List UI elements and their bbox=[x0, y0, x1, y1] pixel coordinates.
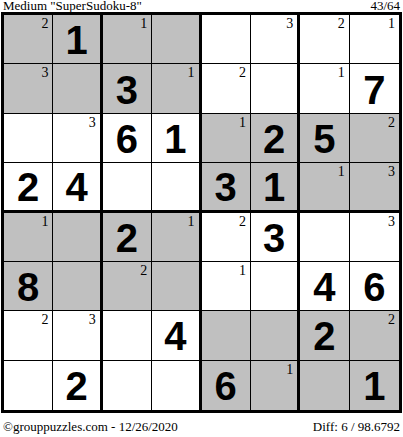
cell-r2c2[interactable] bbox=[53, 64, 102, 113]
cell-r8c5[interactable]: 6 bbox=[202, 361, 251, 410]
pencil-mark: 1 bbox=[239, 263, 246, 278]
cell-r8c6[interactable]: 1 bbox=[251, 361, 300, 410]
pencil-mark: 3 bbox=[286, 16, 293, 31]
cell-r7c7[interactable]: 2 bbox=[300, 311, 349, 360]
cell-r7c5[interactable] bbox=[202, 311, 251, 360]
given-digit: 8 bbox=[17, 267, 39, 307]
cell-r3c1[interactable] bbox=[4, 114, 53, 163]
cell-r5c3[interactable]: 2 bbox=[103, 213, 152, 262]
cell-r1c7[interactable]: 2 bbox=[300, 15, 349, 64]
given-digit: 1 bbox=[164, 119, 186, 159]
given-digit: 3 bbox=[116, 70, 138, 110]
given-digit: 1 bbox=[65, 20, 87, 60]
cell-r5c1[interactable]: 1 bbox=[4, 213, 53, 262]
sudoku-grid: 2113213312173611252243113121233821462342… bbox=[1, 12, 402, 413]
cell-r2c6[interactable] bbox=[251, 64, 300, 113]
cell-r7c1[interactable]: 2 bbox=[4, 311, 53, 360]
cell-r7c4[interactable]: 4 bbox=[152, 311, 201, 360]
pencil-mark: 1 bbox=[338, 65, 345, 80]
pencil-mark: 3 bbox=[388, 214, 395, 229]
cell-r3c7[interactable]: 5 bbox=[300, 114, 349, 163]
cell-r2c8[interactable]: 7 bbox=[350, 64, 399, 113]
cell-r6c3[interactable]: 2 bbox=[103, 262, 152, 311]
given-digit: 3 bbox=[215, 167, 237, 207]
given-digit: 2 bbox=[313, 316, 335, 356]
given-digit: 2 bbox=[65, 366, 87, 406]
cell-r1c4[interactable] bbox=[152, 15, 201, 64]
copyright-text: ©grouppuzzles.com - 12/26/2020 bbox=[3, 419, 178, 434]
cell-r4c7[interactable]: 1 bbox=[300, 163, 349, 212]
pencil-mark: 2 bbox=[41, 16, 48, 31]
given-digit: 2 bbox=[263, 119, 285, 159]
cell-r5c8[interactable]: 3 bbox=[350, 213, 399, 262]
pencil-mark: 2 bbox=[140, 263, 147, 278]
pencil-mark: 2 bbox=[338, 16, 345, 31]
cell-r3c4[interactable]: 1 bbox=[152, 114, 201, 163]
given-digit: 2 bbox=[116, 218, 138, 258]
pencil-mark: 1 bbox=[286, 362, 293, 377]
cell-r6c2[interactable] bbox=[53, 262, 102, 311]
cell-r2c7[interactable]: 1 bbox=[300, 64, 349, 113]
cell-r8c1[interactable] bbox=[4, 361, 53, 410]
cell-r6c4[interactable] bbox=[152, 262, 201, 311]
given-digit: 5 bbox=[313, 119, 335, 159]
cell-r8c4[interactable] bbox=[152, 361, 201, 410]
pencil-mark: 2 bbox=[388, 115, 395, 130]
cell-r4c1[interactable]: 2 bbox=[4, 163, 53, 212]
puzzle-title: Medium "SuperSudoku-8" bbox=[3, 0, 142, 12]
cell-r7c3[interactable] bbox=[103, 311, 152, 360]
given-digit: 6 bbox=[215, 366, 237, 406]
cell-r1c5[interactable] bbox=[202, 15, 251, 64]
cell-r4c5[interactable]: 3 bbox=[202, 163, 251, 212]
pencil-mark: 3 bbox=[41, 65, 48, 80]
cell-r1c6[interactable]: 3 bbox=[251, 15, 300, 64]
given-digit: 1 bbox=[263, 167, 285, 207]
given-digit: 4 bbox=[65, 167, 87, 207]
cell-r1c8[interactable]: 1 bbox=[350, 15, 399, 64]
header: Medium "SuperSudoku-8" 43/64 bbox=[3, 0, 400, 12]
pencil-mark: 1 bbox=[41, 214, 48, 229]
cell-r6c5[interactable]: 1 bbox=[202, 262, 251, 311]
cell-r6c1[interactable]: 8 bbox=[4, 262, 53, 311]
cell-r7c2[interactable]: 3 bbox=[53, 311, 102, 360]
cell-r5c5[interactable]: 2 bbox=[202, 213, 251, 262]
pencil-mark: 1 bbox=[388, 16, 395, 31]
cell-r8c3[interactable] bbox=[103, 361, 152, 410]
cell-r8c8[interactable]: 1 bbox=[350, 361, 399, 410]
cell-r6c7[interactable]: 4 bbox=[300, 262, 349, 311]
pencil-mark: 2 bbox=[239, 65, 246, 80]
cell-r6c6[interactable] bbox=[251, 262, 300, 311]
given-digit: 2 bbox=[17, 167, 39, 207]
cell-r2c5[interactable]: 2 bbox=[202, 64, 251, 113]
cell-r1c1[interactable]: 2 bbox=[4, 15, 53, 64]
pencil-mark: 2 bbox=[388, 312, 395, 327]
cell-r4c2[interactable]: 4 bbox=[53, 163, 102, 212]
cell-r8c2[interactable]: 2 bbox=[53, 361, 102, 410]
cell-r6c8[interactable]: 6 bbox=[350, 262, 399, 311]
cell-r5c6[interactable]: 3 bbox=[251, 213, 300, 262]
cell-r4c6[interactable]: 1 bbox=[251, 163, 300, 212]
given-digit: 6 bbox=[363, 267, 385, 307]
cell-r3c2[interactable]: 3 bbox=[53, 114, 102, 163]
cell-r7c8[interactable]: 2 bbox=[350, 311, 399, 360]
pencil-mark: 1 bbox=[140, 16, 147, 31]
cell-r1c3[interactable]: 1 bbox=[103, 15, 152, 64]
given-digit: 4 bbox=[164, 316, 186, 356]
cell-r2c4[interactable]: 1 bbox=[152, 64, 201, 113]
cell-r3c5[interactable]: 1 bbox=[202, 114, 251, 163]
cell-r2c3[interactable]: 3 bbox=[103, 64, 152, 113]
pencil-mark: 3 bbox=[89, 115, 96, 130]
cell-r4c8[interactable]: 3 bbox=[350, 163, 399, 212]
pencil-mark: 3 bbox=[388, 164, 395, 179]
given-digit: 3 bbox=[263, 218, 285, 258]
cell-r7c6[interactable] bbox=[251, 311, 300, 360]
cell-r5c7[interactable] bbox=[300, 213, 349, 262]
pencil-mark: 3 bbox=[89, 312, 96, 327]
cell-r2c1[interactable]: 3 bbox=[4, 64, 53, 113]
cell-r5c2[interactable] bbox=[53, 213, 102, 262]
cell-r3c6[interactable]: 2 bbox=[251, 114, 300, 163]
given-digit: 1 bbox=[363, 366, 385, 406]
cell-r3c3[interactable]: 6 bbox=[103, 114, 152, 163]
cell-r5c4[interactable]: 1 bbox=[152, 213, 201, 262]
pencil-mark: 2 bbox=[41, 312, 48, 327]
pencil-mark: 1 bbox=[239, 115, 246, 130]
progress-counter: 43/64 bbox=[370, 0, 400, 12]
cell-r4c4[interactable] bbox=[152, 163, 201, 212]
difficulty-text: Diff: 6 / 98.6792 bbox=[313, 419, 400, 434]
pencil-mark: 2 bbox=[239, 214, 246, 229]
footer: ©grouppuzzles.com - 12/26/2020 Diff: 6 /… bbox=[3, 419, 400, 435]
pencil-mark: 1 bbox=[338, 164, 345, 179]
pencil-mark: 1 bbox=[188, 65, 195, 80]
given-digit: 7 bbox=[363, 70, 385, 110]
cell-r3c8[interactable]: 2 bbox=[350, 114, 399, 163]
given-digit: 4 bbox=[313, 267, 335, 307]
pencil-mark: 1 bbox=[188, 214, 195, 229]
cell-r4c3[interactable] bbox=[103, 163, 152, 212]
cell-r1c2[interactable]: 1 bbox=[53, 15, 102, 64]
given-digit: 6 bbox=[116, 119, 138, 159]
cell-r8c7[interactable] bbox=[300, 361, 349, 410]
